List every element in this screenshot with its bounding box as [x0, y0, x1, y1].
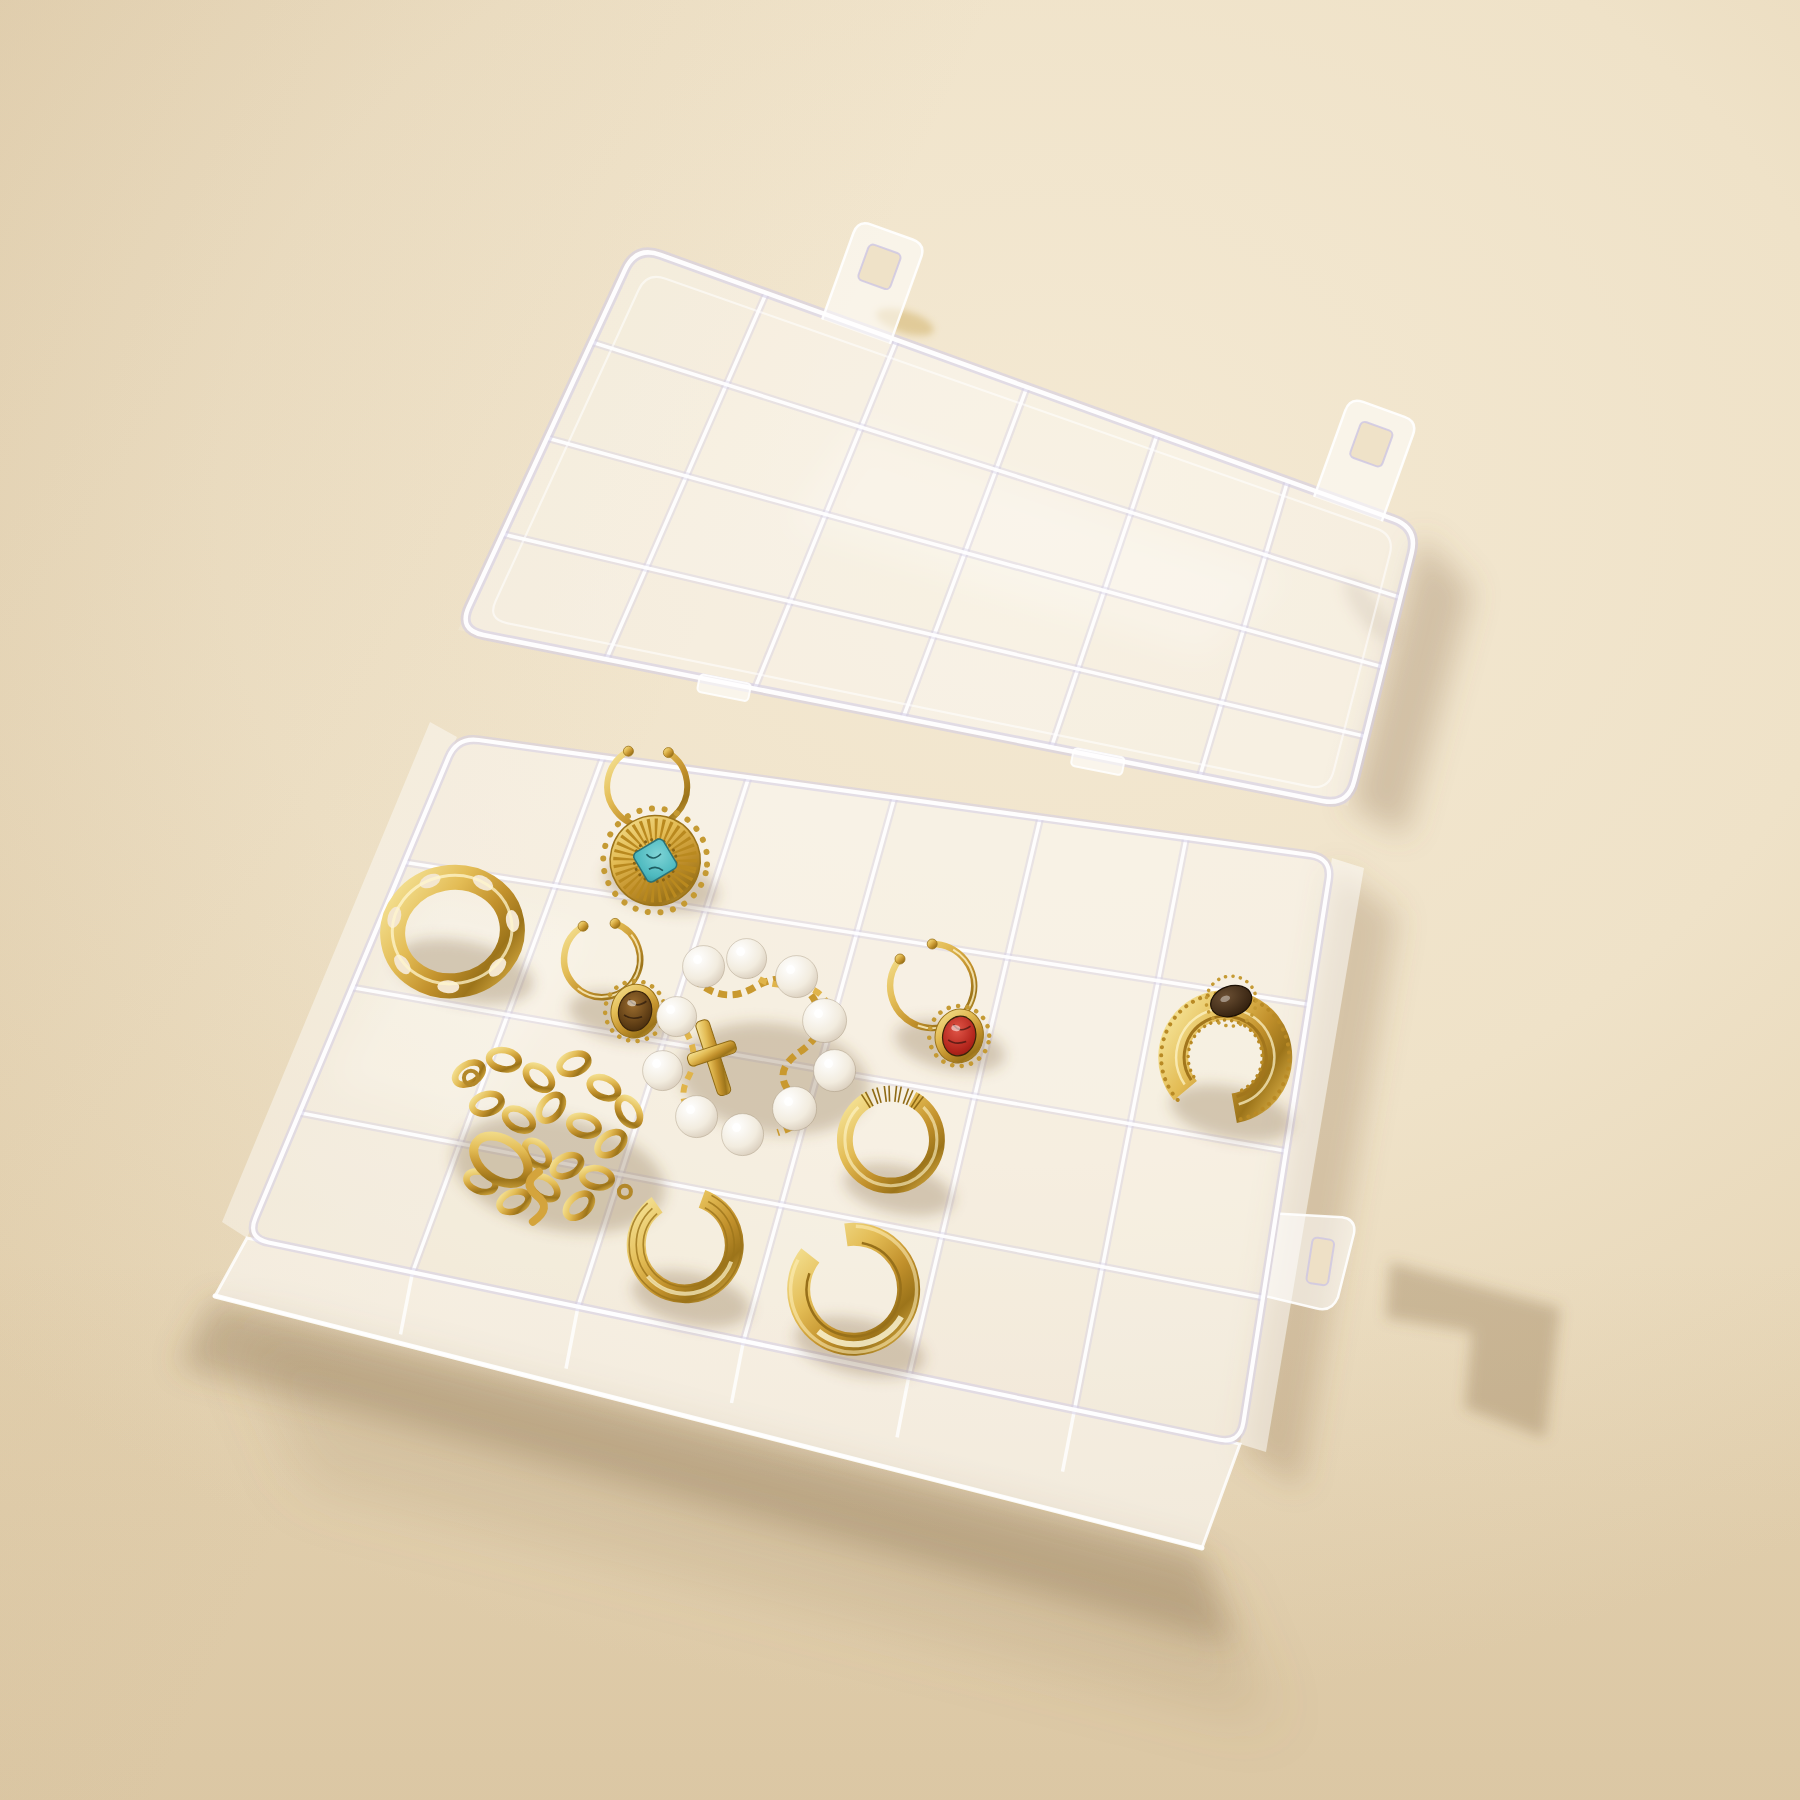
product-photo-scene	[0, 0, 1800, 1800]
base-latch-tab	[1267, 1208, 1357, 1313]
organizer-lid	[458, 220, 1418, 806]
organizer-box-photo	[0, 0, 1800, 1800]
